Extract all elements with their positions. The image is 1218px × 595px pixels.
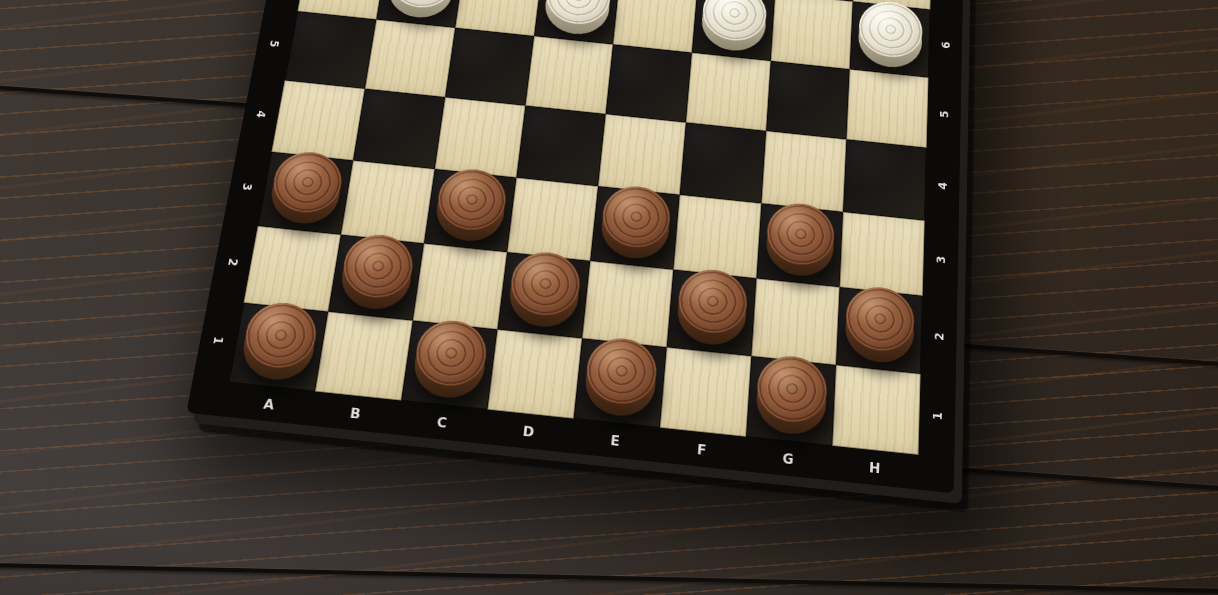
dark-checker-H2[interactable]: [844, 295, 914, 366]
dark-checker-C3[interactable]: [433, 177, 508, 245]
dark-checker-G1[interactable]: [755, 364, 828, 437]
square-D3[interactable]: [507, 178, 598, 261]
square-C5[interactable]: [445, 28, 534, 106]
square-B5[interactable]: [365, 19, 455, 97]
board-grid: [229, 0, 934, 455]
file-label-E: E: [571, 429, 659, 454]
dark-checker-E1[interactable]: [582, 347, 658, 420]
light-checker-H6[interactable]: [857, 9, 923, 71]
dark-checker-B2[interactable]: [337, 243, 415, 313]
square-E4[interactable]: [598, 114, 686, 195]
square-G3[interactable]: [756, 203, 843, 287]
dark-checker-D2[interactable]: [506, 260, 581, 330]
square-E3[interactable]: [590, 186, 680, 269]
file-label-G: G: [744, 447, 831, 472]
file-label-D: D: [484, 420, 572, 445]
dark-checker-G3[interactable]: [765, 211, 835, 279]
square-A3[interactable]: [258, 152, 353, 235]
square-G6[interactable]: [771, 0, 853, 69]
checkers-board: ABCDEFGH1122334455667788: [186, 0, 1034, 493]
square-F6[interactable]: [692, 0, 775, 61]
dark-checker-F2[interactable]: [675, 278, 748, 348]
light-checker-B6[interactable]: [385, 0, 457, 21]
square-B3[interactable]: [341, 160, 435, 243]
file-label-F: F: [658, 438, 746, 463]
board-frame: ABCDEFGH1122334455667788: [186, 0, 965, 493]
dark-checker-A1[interactable]: [238, 311, 319, 383]
file-label-A: A: [224, 393, 313, 417]
square-B4[interactable]: [353, 89, 445, 169]
square-D2[interactable]: [497, 252, 590, 338]
file-label-H: H: [831, 456, 918, 481]
square-E5[interactable]: [606, 44, 692, 122]
square-G2[interactable]: [751, 278, 839, 365]
dark-checker-E3[interactable]: [599, 194, 672, 262]
square-D4[interactable]: [516, 106, 605, 187]
square-F5[interactable]: [686, 53, 771, 131]
square-F1[interactable]: [660, 347, 752, 437]
square-F4[interactable]: [680, 122, 766, 203]
file-label-B: B: [311, 402, 400, 426]
square-E2[interactable]: [582, 261, 673, 347]
square-H6[interactable]: [850, 1, 931, 77]
square-G4[interactable]: [761, 131, 846, 212]
square-C3[interactable]: [424, 169, 516, 252]
square-C4[interactable]: [435, 97, 526, 177]
square-F3[interactable]: [673, 195, 761, 279]
light-checker-D6[interactable]: [542, 0, 612, 37]
square-C1[interactable]: [401, 321, 497, 410]
square-D1[interactable]: [487, 329, 582, 418]
file-label-C: C: [397, 411, 486, 436]
square-G1[interactable]: [746, 356, 836, 446]
square-B1[interactable]: [315, 312, 413, 401]
light-checker-F6[interactable]: [700, 0, 768, 54]
square-F2[interactable]: [667, 270, 757, 356]
square-C2[interactable]: [413, 243, 507, 329]
square-A1[interactable]: [229, 303, 328, 392]
dark-checker-A3[interactable]: [267, 159, 344, 226]
table-surface: ABCDEFGH1122334455667788: [0, 0, 1218, 595]
dark-checker-C1[interactable]: [410, 329, 488, 401]
square-H2[interactable]: [836, 287, 923, 374]
square-B2[interactable]: [328, 235, 424, 321]
square-G5[interactable]: [766, 61, 849, 139]
plank-seam: [930, 466, 1218, 491]
plank-seam: [0, 563, 1218, 593]
square-E1[interactable]: [574, 338, 667, 427]
square-D5[interactable]: [525, 36, 613, 114]
